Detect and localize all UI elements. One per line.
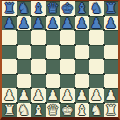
square-a2[interactable]: ♟: [2, 88, 17, 103]
piece-white-rook: ♜: [3, 103, 16, 117]
square-b3[interactable]: [17, 74, 32, 89]
square-e8[interactable]: ♚: [60, 1, 75, 16]
square-c3[interactable]: [31, 74, 46, 89]
square-e4[interactable]: [60, 59, 75, 74]
square-d6[interactable]: [46, 30, 61, 45]
square-h2[interactable]: ♟: [104, 88, 119, 103]
square-b2[interactable]: ♟: [17, 88, 32, 103]
square-h5[interactable]: [104, 45, 119, 60]
square-e2[interactable]: ♟: [60, 88, 75, 103]
piece-white-pawn: ♟: [90, 88, 103, 102]
piece-white-pawn: ♟: [32, 88, 45, 102]
square-b7[interactable]: ♟: [17, 16, 32, 31]
square-g3[interactable]: [89, 74, 104, 89]
piece-black-bishop: ♝: [32, 1, 45, 15]
square-c7[interactable]: ♟: [31, 16, 46, 31]
square-a8[interactable]: ♜: [2, 1, 17, 16]
chess-board: ♜♞♝♛♚♝♞♜♟♟♟♟♟♟♟♟♟♟♟♟♟♟♟♟♜♞♝♛♚♝♞♜: [2, 1, 118, 117]
square-a5[interactable]: [2, 45, 17, 60]
piece-black-queen: ♛: [46, 1, 59, 15]
piece-black-pawn: ♟: [32, 16, 45, 30]
square-g2[interactable]: ♟: [89, 88, 104, 103]
piece-black-knight: ♞: [90, 1, 103, 15]
square-h8[interactable]: ♜: [104, 1, 119, 16]
square-b1[interactable]: ♞: [17, 103, 32, 118]
square-b6[interactable]: [17, 30, 32, 45]
piece-white-pawn: ♟: [17, 88, 30, 102]
square-b8[interactable]: ♞: [17, 1, 32, 16]
square-f2[interactable]: ♟: [75, 88, 90, 103]
square-g8[interactable]: ♞: [89, 1, 104, 16]
square-f1[interactable]: ♝: [75, 103, 90, 118]
square-a1[interactable]: ♜: [2, 103, 17, 118]
piece-black-pawn: ♟: [90, 16, 103, 30]
piece-white-queen: ♛: [46, 103, 59, 117]
piece-white-pawn: ♟: [75, 88, 88, 102]
piece-white-king: ♚: [61, 103, 74, 117]
square-e1[interactable]: ♚: [60, 103, 75, 118]
square-e6[interactable]: [60, 30, 75, 45]
square-e5[interactable]: [60, 45, 75, 60]
piece-black-pawn: ♟: [17, 16, 30, 30]
square-b5[interactable]: [17, 45, 32, 60]
square-c1[interactable]: ♝: [31, 103, 46, 118]
square-h3[interactable]: [104, 74, 119, 89]
piece-black-knight: ♞: [17, 1, 30, 15]
square-d5[interactable]: [46, 45, 61, 60]
square-f5[interactable]: [75, 45, 90, 60]
piece-black-rook: ♜: [3, 1, 16, 15]
square-a7[interactable]: ♟: [2, 16, 17, 31]
square-g1[interactable]: ♞: [89, 103, 104, 118]
piece-white-pawn: ♟: [61, 88, 74, 102]
piece-white-knight: ♞: [90, 103, 103, 117]
square-f8[interactable]: ♝: [75, 1, 90, 16]
square-c5[interactable]: [31, 45, 46, 60]
piece-black-pawn: ♟: [75, 16, 88, 30]
piece-white-pawn: ♟: [104, 88, 117, 102]
piece-white-rook: ♜: [104, 103, 117, 117]
square-h7[interactable]: ♟: [104, 16, 119, 31]
square-d7[interactable]: ♟: [46, 16, 61, 31]
square-c8[interactable]: ♝: [31, 1, 46, 16]
square-f7[interactable]: ♟: [75, 16, 90, 31]
square-a4[interactable]: [2, 59, 17, 74]
piece-white-pawn: ♟: [46, 88, 59, 102]
square-h6[interactable]: [104, 30, 119, 45]
square-b4[interactable]: [17, 59, 32, 74]
square-d1[interactable]: ♛: [46, 103, 61, 118]
square-h4[interactable]: [104, 59, 119, 74]
piece-black-pawn: ♟: [46, 16, 59, 30]
piece-black-pawn: ♟: [61, 16, 74, 30]
piece-white-knight: ♞: [17, 103, 30, 117]
piece-white-pawn: ♟: [3, 88, 16, 102]
square-g5[interactable]: [89, 45, 104, 60]
square-f6[interactable]: [75, 30, 90, 45]
piece-black-king: ♚: [61, 1, 74, 15]
piece-black-rook: ♜: [104, 1, 117, 15]
square-c6[interactable]: [31, 30, 46, 45]
square-g6[interactable]: [89, 30, 104, 45]
square-c2[interactable]: ♟: [31, 88, 46, 103]
square-g4[interactable]: [89, 59, 104, 74]
piece-white-bishop: ♝: [75, 103, 88, 117]
square-d8[interactable]: ♛: [46, 1, 61, 16]
square-f3[interactable]: [75, 74, 90, 89]
piece-white-bishop: ♝: [32, 103, 45, 117]
square-d4[interactable]: [46, 59, 61, 74]
square-d3[interactable]: [46, 74, 61, 89]
square-e7[interactable]: ♟: [60, 16, 75, 31]
square-c4[interactable]: [31, 59, 46, 74]
square-g7[interactable]: ♟: [89, 16, 104, 31]
square-e3[interactable]: [60, 74, 75, 89]
square-d2[interactable]: ♟: [46, 88, 61, 103]
board-frame: ♜♞♝♛♚♝♞♜♟♟♟♟♟♟♟♟♟♟♟♟♟♟♟♟♜♞♝♛♚♝♞♜: [0, 0, 120, 120]
square-a3[interactable]: [2, 74, 17, 89]
square-f4[interactable]: [75, 59, 90, 74]
piece-black-bishop: ♝: [75, 1, 88, 15]
piece-black-pawn: ♟: [104, 16, 117, 30]
piece-black-pawn: ♟: [3, 16, 16, 30]
square-h1[interactable]: ♜: [104, 103, 119, 118]
square-a6[interactable]: [2, 30, 17, 45]
